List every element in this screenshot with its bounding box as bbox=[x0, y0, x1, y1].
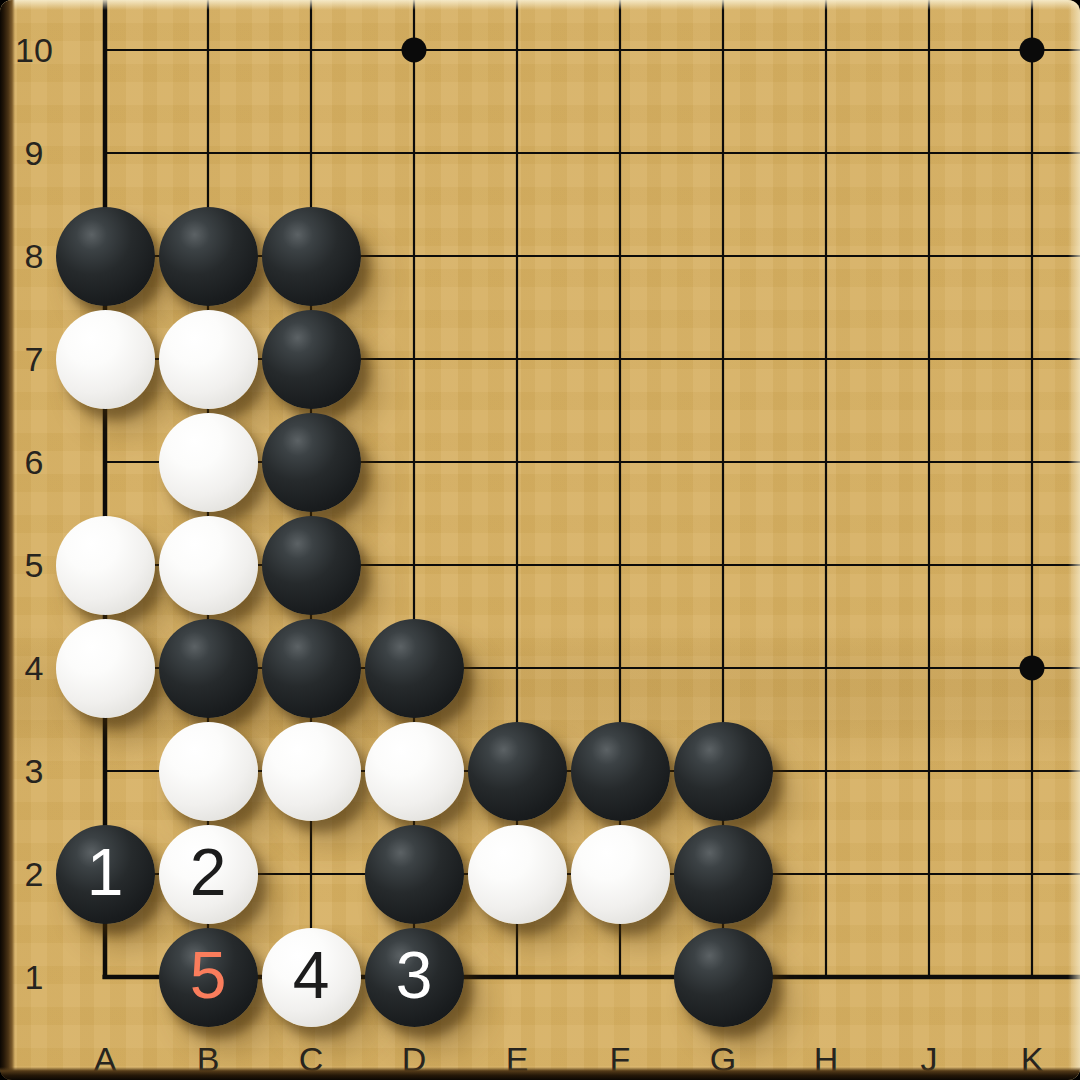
stone-black-B8 bbox=[159, 207, 258, 306]
col-label-A: A bbox=[75, 1040, 135, 1078]
stone-black-G2 bbox=[674, 825, 773, 924]
stone-black-C4 bbox=[262, 619, 361, 718]
stone-black-D4 bbox=[365, 619, 464, 718]
stone-black-C5 bbox=[262, 516, 361, 615]
stone-white-C3 bbox=[262, 722, 361, 821]
col-label-C: C bbox=[281, 1040, 341, 1078]
stone-black-G1 bbox=[674, 928, 773, 1027]
stone-white-B3 bbox=[159, 722, 258, 821]
stone-black-A2: 1 bbox=[56, 825, 155, 924]
stone-black-C8 bbox=[262, 207, 361, 306]
stone-white-A5 bbox=[56, 516, 155, 615]
col-label-B: B bbox=[178, 1040, 238, 1078]
move-number-5: 5 bbox=[190, 942, 227, 1008]
stone-black-C7 bbox=[262, 310, 361, 409]
col-label-K: K bbox=[1002, 1040, 1062, 1078]
stone-black-B4 bbox=[159, 619, 258, 718]
go-board[interactable]: 10987654321 ABCDEFGHJK 12543 bbox=[0, 0, 1080, 1080]
stone-white-B2: 2 bbox=[159, 825, 258, 924]
stone-white-C1: 4 bbox=[262, 928, 361, 1027]
stone-black-B1: 5 bbox=[159, 928, 258, 1027]
stone-black-D1: 3 bbox=[365, 928, 464, 1027]
move-number-4: 4 bbox=[293, 942, 330, 1008]
move-number-1: 1 bbox=[87, 839, 124, 905]
move-number-2: 2 bbox=[190, 839, 227, 905]
stone-white-E2 bbox=[468, 825, 567, 924]
col-label-H: H bbox=[796, 1040, 856, 1078]
stone-white-A7 bbox=[56, 310, 155, 409]
go-app-screen: 10987654321 ABCDEFGHJK 12543 bbox=[0, 0, 1080, 1080]
stone-white-A4 bbox=[56, 619, 155, 718]
col-label-F: F bbox=[590, 1040, 650, 1078]
stone-black-C6 bbox=[262, 413, 361, 512]
stone-black-A8 bbox=[56, 207, 155, 306]
stone-white-B7 bbox=[159, 310, 258, 409]
col-label-D: D bbox=[384, 1040, 444, 1078]
stone-white-B5 bbox=[159, 516, 258, 615]
stone-white-D3 bbox=[365, 722, 464, 821]
move-number-3: 3 bbox=[396, 942, 433, 1008]
stone-black-D2 bbox=[365, 825, 464, 924]
stone-black-F3 bbox=[571, 722, 670, 821]
stones-layer: 12543 bbox=[54, 0, 1080, 1029]
col-label-G: G bbox=[693, 1040, 753, 1078]
stone-white-B6 bbox=[159, 413, 258, 512]
col-label-J: J bbox=[899, 1040, 959, 1078]
stone-white-F2 bbox=[571, 825, 670, 924]
col-label-E: E bbox=[487, 1040, 547, 1078]
stone-black-G3 bbox=[674, 722, 773, 821]
stone-black-E3 bbox=[468, 722, 567, 821]
